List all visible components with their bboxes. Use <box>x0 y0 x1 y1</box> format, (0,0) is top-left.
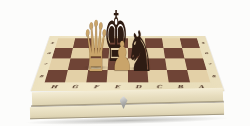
chess-set-photo: HGFEDCBA 5678 5678 ♚♛♟♞ <box>0 0 250 126</box>
square-a5 <box>180 38 200 48</box>
square-b7 <box>165 58 187 69</box>
square-b6 <box>164 48 184 58</box>
rank-label: 5 <box>198 38 209 48</box>
black-knight-on-d7: ♞ <box>125 24 154 80</box>
square-a8 <box>187 70 211 83</box>
square-b5 <box>162 38 182 48</box>
white-queen-on-f7: ♛ <box>83 12 109 82</box>
square-a7 <box>184 58 206 69</box>
file-label: H <box>42 83 65 90</box>
square-a6 <box>182 48 203 58</box>
